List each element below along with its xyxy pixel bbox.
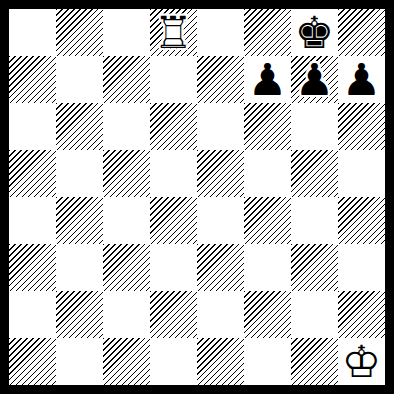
square-g7[interactable]: ♟ — [291, 56, 338, 103]
square-b6[interactable] — [56, 103, 103, 150]
square-a4[interactable] — [9, 197, 56, 244]
black-pawn: ♟ — [291, 56, 338, 103]
square-g1[interactable] — [291, 338, 338, 385]
square-a2[interactable] — [9, 291, 56, 338]
square-d3[interactable] — [150, 244, 197, 291]
square-f5[interactable] — [244, 150, 291, 197]
square-e8[interactable] — [197, 9, 244, 56]
square-b4[interactable] — [56, 197, 103, 244]
square-f2[interactable] — [244, 291, 291, 338]
square-h7[interactable]: ♟ — [338, 56, 385, 103]
white-rook-fill: ♜ — [150, 9, 197, 56]
square-h6[interactable] — [338, 103, 385, 150]
square-f6[interactable] — [244, 103, 291, 150]
square-g6[interactable] — [291, 103, 338, 150]
square-h2[interactable] — [338, 291, 385, 338]
chess-board: ♜♖♚♟♟♟♚♔ — [0, 0, 394, 394]
square-d2[interactable] — [150, 291, 197, 338]
square-f3[interactable] — [244, 244, 291, 291]
square-g2[interactable] — [291, 291, 338, 338]
square-a5[interactable] — [9, 150, 56, 197]
square-c5[interactable] — [103, 150, 150, 197]
square-h3[interactable] — [338, 244, 385, 291]
square-d1[interactable] — [150, 338, 197, 385]
square-c8[interactable] — [103, 9, 150, 56]
square-c7[interactable] — [103, 56, 150, 103]
square-e6[interactable] — [197, 103, 244, 150]
square-e2[interactable] — [197, 291, 244, 338]
square-b5[interactable] — [56, 150, 103, 197]
black-pawn: ♟ — [244, 56, 291, 103]
square-h1[interactable]: ♚♔ — [338, 338, 385, 385]
square-c4[interactable] — [103, 197, 150, 244]
square-b1[interactable] — [56, 338, 103, 385]
square-a6[interactable] — [9, 103, 56, 150]
square-f4[interactable] — [244, 197, 291, 244]
square-b8[interactable] — [56, 9, 103, 56]
white-rook: ♖ — [150, 9, 197, 56]
black-king: ♚ — [291, 9, 338, 56]
square-g4[interactable] — [291, 197, 338, 244]
white-king: ♔ — [338, 338, 385, 385]
square-f1[interactable] — [244, 338, 291, 385]
square-e3[interactable] — [197, 244, 244, 291]
square-e1[interactable] — [197, 338, 244, 385]
square-b7[interactable] — [56, 56, 103, 103]
square-d8[interactable]: ♜♖ — [150, 9, 197, 56]
square-c1[interactable] — [103, 338, 150, 385]
square-c6[interactable] — [103, 103, 150, 150]
white-king-fill: ♚ — [338, 338, 385, 385]
square-e5[interactable] — [197, 150, 244, 197]
square-b3[interactable] — [56, 244, 103, 291]
square-a3[interactable] — [9, 244, 56, 291]
square-d5[interactable] — [150, 150, 197, 197]
square-a1[interactable] — [9, 338, 56, 385]
square-h4[interactable] — [338, 197, 385, 244]
square-c3[interactable] — [103, 244, 150, 291]
square-c2[interactable] — [103, 291, 150, 338]
square-d4[interactable] — [150, 197, 197, 244]
square-e4[interactable] — [197, 197, 244, 244]
square-a8[interactable] — [9, 9, 56, 56]
square-h5[interactable] — [338, 150, 385, 197]
square-g8[interactable]: ♚ — [291, 9, 338, 56]
square-g5[interactable] — [291, 150, 338, 197]
square-g3[interactable] — [291, 244, 338, 291]
board-grid: ♜♖♚♟♟♟♚♔ — [9, 9, 385, 385]
square-e7[interactable] — [197, 56, 244, 103]
square-d7[interactable] — [150, 56, 197, 103]
square-f8[interactable] — [244, 9, 291, 56]
black-pawn: ♟ — [338, 56, 385, 103]
square-d6[interactable] — [150, 103, 197, 150]
square-h8[interactable] — [338, 9, 385, 56]
square-b2[interactable] — [56, 291, 103, 338]
square-a7[interactable] — [9, 56, 56, 103]
square-f7[interactable]: ♟ — [244, 56, 291, 103]
